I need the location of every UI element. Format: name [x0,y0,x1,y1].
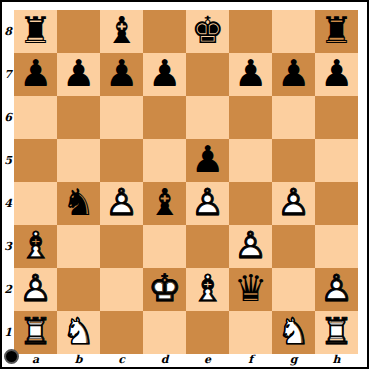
square-c6[interactable] [100,96,143,139]
white-bishop[interactable]: ♝ [14,225,57,268]
square-d3[interactable] [143,225,186,268]
white-pawn[interactable]: ♟ [272,182,315,225]
square-a3[interactable]: ♝ [14,225,57,268]
black-pawn[interactable]: ♟ [143,53,186,96]
file-label-g: g [272,353,315,367]
black-rook[interactable]: ♜ [14,10,57,53]
square-h8[interactable]: ♜ [315,10,358,53]
square-e8[interactable]: ♚ [186,10,229,53]
black-queen[interactable]: ♛ [229,268,272,311]
file-label-f: f [229,353,272,367]
square-g3[interactable] [272,225,315,268]
square-b2[interactable] [57,268,100,311]
black-to-move-indicator [4,349,19,364]
square-f7[interactable]: ♟ [229,53,272,96]
square-b8[interactable] [57,10,100,53]
white-king[interactable]: ♚ [143,268,186,311]
square-h3[interactable] [315,225,358,268]
white-rook[interactable]: ♜ [14,311,57,354]
square-b1[interactable]: ♞ [57,311,100,354]
square-d4[interactable]: ♝ [143,182,186,225]
rank-label-2: 2 [2,268,14,311]
chess-diagram: 87654321 ♜♝♚♜♟♟♟♟♟♟♟♟♞♟♝♟♟♝♟♟♚♝♛♟♜♞♞♜ ab… [0,0,369,369]
square-e3[interactable] [186,225,229,268]
square-c3[interactable] [100,225,143,268]
file-label-c: c [100,353,143,367]
file-label-h: h [315,353,358,367]
square-f5[interactable] [229,139,272,182]
square-a4[interactable] [14,182,57,225]
black-king[interactable]: ♚ [186,10,229,53]
white-pawn[interactable]: ♟ [186,182,229,225]
square-d8[interactable] [143,10,186,53]
chessboard: ♜♝♚♜♟♟♟♟♟♟♟♟♞♟♝♟♟♝♟♟♚♝♛♟♜♞♞♜ [14,10,358,354]
square-h6[interactable] [315,96,358,139]
rank-label-8: 8 [2,10,14,53]
black-bishop[interactable]: ♝ [143,182,186,225]
square-b3[interactable] [57,225,100,268]
square-h1[interactable]: ♜ [315,311,358,354]
square-e1[interactable] [186,311,229,354]
white-rook[interactable]: ♜ [315,311,358,354]
square-g8[interactable] [272,10,315,53]
square-f2[interactable]: ♛ [229,268,272,311]
square-c5[interactable] [100,139,143,182]
rank-label-5: 5 [2,139,14,182]
square-g7[interactable]: ♟ [272,53,315,96]
square-c7[interactable]: ♟ [100,53,143,96]
file-label-b: b [57,353,100,367]
square-h2[interactable]: ♟ [315,268,358,311]
square-f4[interactable] [229,182,272,225]
square-c4[interactable]: ♟ [100,182,143,225]
square-d6[interactable] [143,96,186,139]
black-pawn[interactable]: ♟ [57,53,100,96]
square-a8[interactable]: ♜ [14,10,57,53]
square-c8[interactable]: ♝ [100,10,143,53]
square-b5[interactable] [57,139,100,182]
square-h4[interactable] [315,182,358,225]
square-d7[interactable]: ♟ [143,53,186,96]
rank-label-3: 3 [2,225,14,268]
square-f6[interactable] [229,96,272,139]
black-pawn[interactable]: ♟ [186,139,229,182]
file-label-e: e [186,353,229,367]
white-bishop[interactable]: ♝ [186,268,229,311]
white-pawn[interactable]: ♟ [315,268,358,311]
square-d5[interactable] [143,139,186,182]
rank-label-6: 6 [2,96,14,139]
white-pawn[interactable]: ♟ [229,225,272,268]
square-h5[interactable] [315,139,358,182]
square-a1[interactable]: ♜ [14,311,57,354]
rank-label-1: 1 [2,311,14,354]
square-g6[interactable] [272,96,315,139]
square-a7[interactable]: ♟ [14,53,57,96]
rank-label-7: 7 [2,53,14,96]
black-pawn[interactable]: ♟ [272,53,315,96]
black-pawn[interactable]: ♟ [315,53,358,96]
black-pawn[interactable]: ♟ [14,53,57,96]
square-e5[interactable]: ♟ [186,139,229,182]
black-pawn[interactable]: ♟ [229,53,272,96]
black-rook[interactable]: ♜ [315,10,358,53]
white-knight[interactable]: ♞ [272,311,315,354]
black-knight[interactable]: ♞ [57,182,100,225]
square-d2[interactable]: ♚ [143,268,186,311]
square-d1[interactable] [143,311,186,354]
square-g5[interactable] [272,139,315,182]
square-c1[interactable] [100,311,143,354]
square-g1[interactable]: ♞ [272,311,315,354]
file-label-a: a [14,353,57,367]
file-labels: abcdefgh [14,353,358,367]
square-e6[interactable] [186,96,229,139]
square-e4[interactable]: ♟ [186,182,229,225]
rank-labels: 87654321 [2,10,14,354]
square-g4[interactable]: ♟ [272,182,315,225]
square-f1[interactable] [229,311,272,354]
square-e7[interactable] [186,53,229,96]
square-b4[interactable]: ♞ [57,182,100,225]
square-h7[interactable]: ♟ [315,53,358,96]
square-g2[interactable] [272,268,315,311]
square-a5[interactable] [14,139,57,182]
square-e2[interactable]: ♝ [186,268,229,311]
file-label-d: d [143,353,186,367]
square-f8[interactable] [229,10,272,53]
square-b6[interactable] [57,96,100,139]
square-c2[interactable] [100,268,143,311]
rank-label-4: 4 [2,182,14,225]
black-bishop[interactable]: ♝ [100,10,143,53]
white-pawn[interactable]: ♟ [100,182,143,225]
square-b7[interactable]: ♟ [57,53,100,96]
black-pawn[interactable]: ♟ [100,53,143,96]
square-a6[interactable] [14,96,57,139]
square-f3[interactable]: ♟ [229,225,272,268]
white-knight[interactable]: ♞ [57,311,100,354]
white-pawn[interactable]: ♟ [14,268,57,311]
square-a2[interactable]: ♟ [14,268,57,311]
